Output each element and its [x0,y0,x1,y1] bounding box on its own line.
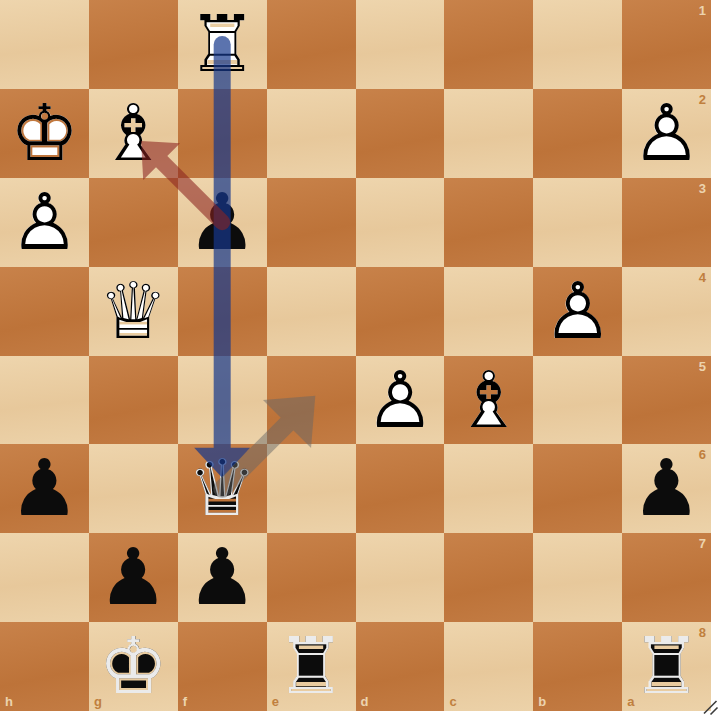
piece-white-bishop-c5[interactable]: ♝♗ [444,356,533,445]
piece-white-pawn-a2[interactable]: ♟♙ [622,89,711,178]
square-c1[interactable] [444,0,533,89]
square-g3[interactable] [89,178,178,267]
square-g6[interactable] [89,444,178,533]
square-c2[interactable] [444,89,533,178]
square-e2[interactable] [267,89,356,178]
piece-black-pawn-f7[interactable]: ♟♙ [178,533,267,622]
square-b6[interactable] [533,444,622,533]
piece-white-pawn-b4[interactable]: ♟♙ [533,267,622,356]
square-b1[interactable] [533,0,622,89]
square-e6[interactable] [267,444,356,533]
square-c3[interactable] [444,178,533,267]
rank-label-3: 3 [699,182,706,195]
square-b3[interactable] [533,178,622,267]
square-d6[interactable] [356,444,445,533]
square-e5[interactable] [267,356,356,445]
piece-black-king-g8[interactable]: ♚♔ [89,622,178,711]
piece-black-pawn-h6[interactable]: ♟♙ [0,444,89,533]
board-resize-handle-icon[interactable] [700,697,720,717]
square-a3[interactable]: 3 [622,178,711,267]
square-d3[interactable] [356,178,445,267]
rank-label-4: 4 [699,271,706,284]
square-d4[interactable] [356,267,445,356]
square-h1[interactable] [0,0,89,89]
square-h4[interactable] [0,267,89,356]
piece-black-pawn-a6[interactable]: ♟♙ [622,444,711,533]
piece-white-pawn-d5[interactable]: ♟♙ [356,356,445,445]
square-e4[interactable] [267,267,356,356]
page: 1234567hgfedcba8♜♖♚♔♝♗♟♙♟♙♟♙♛♕♟♙♟♙♝♗♟♙♛♕… [0,0,722,723]
chess-board[interactable]: 1234567hgfedcba8♜♖♚♔♝♗♟♙♟♙♟♙♛♕♟♙♟♙♝♗♟♙♛♕… [0,0,711,711]
square-b8[interactable]: b [533,622,622,711]
file-label-f: f [183,695,187,708]
square-f2[interactable] [178,89,267,178]
piece-white-queen-g4[interactable]: ♛♕ [89,267,178,356]
square-a1[interactable]: 1 [622,0,711,89]
file-label-d: d [361,695,369,708]
file-label-h: h [5,695,13,708]
square-d7[interactable] [356,533,445,622]
square-e1[interactable] [267,0,356,89]
rank-label-5: 5 [699,360,706,373]
square-e3[interactable] [267,178,356,267]
square-b5[interactable] [533,356,622,445]
file-label-c: c [449,695,456,708]
square-c4[interactable] [444,267,533,356]
square-c8[interactable]: c [444,622,533,711]
square-h5[interactable] [0,356,89,445]
piece-black-rook-a8[interactable]: ♜♖ [622,622,711,711]
square-d1[interactable] [356,0,445,89]
square-h7[interactable] [0,533,89,622]
square-f8[interactable]: f [178,622,267,711]
square-e7[interactable] [267,533,356,622]
square-a5[interactable]: 5 [622,356,711,445]
square-b2[interactable] [533,89,622,178]
square-a7[interactable]: 7 [622,533,711,622]
square-g5[interactable] [89,356,178,445]
square-h8[interactable]: h [0,622,89,711]
square-d8[interactable]: d [356,622,445,711]
piece-white-king-h2[interactable]: ♚♔ [0,89,89,178]
piece-black-pawn-f3[interactable]: ♟♙ [178,178,267,267]
piece-white-pawn-h3[interactable]: ♟♙ [0,178,89,267]
file-label-b: b [538,695,546,708]
piece-black-pawn-g7[interactable]: ♟♙ [89,533,178,622]
square-d2[interactable] [356,89,445,178]
square-f5[interactable] [178,356,267,445]
rank-label-1: 1 [699,4,706,17]
piece-white-rook-f1[interactable]: ♜♖ [178,0,267,89]
piece-black-queen-f6[interactable]: ♛♕ [178,444,267,533]
square-f4[interactable] [178,267,267,356]
rank-label-7: 7 [699,537,706,550]
square-c6[interactable] [444,444,533,533]
piece-black-rook-e8[interactable]: ♜♖ [267,622,356,711]
square-g1[interactable] [89,0,178,89]
square-b7[interactable] [533,533,622,622]
piece-white-bishop-g2[interactable]: ♝♗ [89,89,178,178]
square-c7[interactable] [444,533,533,622]
square-a4[interactable]: 4 [622,267,711,356]
